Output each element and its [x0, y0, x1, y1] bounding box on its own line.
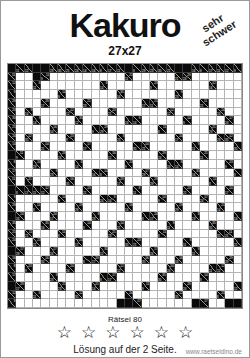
kakuro-entry-cell[interactable] — [183, 142, 191, 151]
kakuro-entry-cell[interactable] — [41, 177, 49, 186]
kakuro-entry-cell[interactable] — [25, 81, 33, 90]
kakuro-entry-cell[interactable] — [125, 90, 133, 99]
kakuro-entry-cell[interactable] — [142, 116, 150, 125]
kakuro-entry-cell[interactable] — [92, 108, 100, 117]
kakuro-entry-cell[interactable] — [167, 230, 175, 239]
kakuro-entry-cell[interactable] — [200, 264, 208, 273]
kakuro-entry-cell[interactable] — [183, 247, 191, 256]
kakuro-entry-cell[interactable] — [50, 151, 58, 160]
kakuro-entry-cell[interactable] — [175, 125, 183, 134]
kakuro-entry-cell[interactable] — [75, 221, 83, 230]
kakuro-entry-cell[interactable] — [16, 169, 24, 178]
kakuro-entry-cell[interactable] — [50, 238, 58, 247]
kakuro-entry-cell[interactable] — [33, 247, 41, 256]
kakuro-entry-cell[interactable] — [158, 291, 166, 300]
kakuro-entry-cell[interactable] — [217, 81, 225, 90]
kakuro-entry-cell[interactable] — [192, 160, 200, 169]
kakuro-entry-cell[interactable] — [117, 212, 125, 221]
kakuro-entry-cell[interactable] — [234, 125, 242, 134]
kakuro-entry-cell[interactable] — [100, 116, 108, 125]
kakuro-entry-cell[interactable] — [217, 99, 225, 108]
kakuro-entry-cell[interactable] — [150, 256, 158, 265]
kakuro-entry-cell[interactable] — [225, 221, 233, 230]
kakuro-entry-cell[interactable] — [158, 299, 166, 308]
kakuro-entry-cell[interactable] — [41, 273, 49, 282]
kakuro-entry-cell[interactable] — [183, 177, 191, 186]
kakuro-entry-cell[interactable] — [117, 273, 125, 282]
kakuro-entry-cell[interactable] — [209, 108, 217, 117]
kakuro-entry-cell[interactable] — [50, 203, 58, 212]
kakuro-entry-cell[interactable] — [133, 212, 141, 221]
kakuro-entry-cell[interactable] — [83, 230, 91, 239]
kakuro-entry-cell[interactable] — [133, 195, 141, 204]
kakuro-entry-cell[interactable] — [92, 151, 100, 160]
kakuro-entry-cell[interactable] — [83, 116, 91, 125]
kakuro-entry-cell[interactable] — [225, 238, 233, 247]
kakuro-entry-cell[interactable] — [16, 73, 24, 82]
kakuro-entry-cell[interactable] — [108, 142, 116, 151]
kakuro-entry-cell[interactable] — [217, 212, 225, 221]
kakuro-entry-cell[interactable] — [200, 282, 208, 291]
kakuro-entry-cell[interactable] — [100, 212, 108, 221]
kakuro-entry-cell[interactable] — [133, 282, 141, 291]
kakuro-entry-cell[interactable] — [41, 108, 49, 117]
kakuro-entry-cell[interactable] — [41, 238, 49, 247]
kakuro-entry-cell[interactable] — [66, 116, 74, 125]
kakuro-entry-cell[interactable] — [83, 195, 91, 204]
kakuro-entry-cell[interactable] — [167, 186, 175, 195]
kakuro-entry-cell[interactable] — [192, 203, 200, 212]
kakuro-entry-cell[interactable] — [100, 299, 108, 308]
kakuro-entry-cell[interactable] — [117, 160, 125, 169]
kakuro-entry-cell[interactable] — [209, 203, 217, 212]
kakuro-entry-cell[interactable] — [133, 221, 141, 230]
kakuro-entry-cell[interactable] — [217, 282, 225, 291]
kakuro-entry-cell[interactable] — [66, 160, 74, 169]
kakuro-entry-cell[interactable] — [158, 81, 166, 90]
kakuro-entry-cell[interactable] — [66, 90, 74, 99]
kakuro-entry-cell[interactable] — [175, 247, 183, 256]
kakuro-entry-cell[interactable] — [83, 247, 91, 256]
kakuro-entry-cell[interactable] — [66, 203, 74, 212]
kakuro-entry-cell[interactable] — [92, 81, 100, 90]
kakuro-entry-cell[interactable] — [142, 273, 150, 282]
kakuro-entry-cell[interactable] — [25, 299, 33, 308]
kakuro-entry-cell[interactable] — [108, 116, 116, 125]
kakuro-entry-cell[interactable] — [33, 299, 41, 308]
kakuro-entry-cell[interactable] — [158, 160, 166, 169]
kakuro-entry-cell[interactable] — [117, 151, 125, 160]
kakuro-entry-cell[interactable] — [209, 151, 217, 160]
kakuro-entry-cell[interactable] — [83, 160, 91, 169]
kakuro-entry-cell[interactable] — [50, 177, 58, 186]
kakuro-entry-cell[interactable] — [167, 247, 175, 256]
kakuro-entry-cell[interactable] — [142, 73, 150, 82]
kakuro-entry-cell[interactable] — [234, 116, 242, 125]
kakuro-entry-cell[interactable] — [16, 125, 24, 134]
kakuro-entry-cell[interactable] — [41, 195, 49, 204]
kakuro-entry-cell[interactable] — [167, 73, 175, 82]
kakuro-entry-cell[interactable] — [167, 238, 175, 247]
kakuro-entry-cell[interactable] — [83, 90, 91, 99]
kakuro-entry-cell[interactable] — [75, 186, 83, 195]
kakuro-entry-cell[interactable] — [108, 203, 116, 212]
kakuro-entry-cell[interactable] — [175, 151, 183, 160]
kakuro-entry-cell[interactable] — [217, 221, 225, 230]
kakuro-entry-cell[interactable] — [117, 125, 125, 134]
kakuro-entry-cell[interactable] — [83, 203, 91, 212]
kakuro-entry-cell[interactable] — [117, 81, 125, 90]
kakuro-entry-cell[interactable] — [83, 264, 91, 273]
kakuro-entry-cell[interactable] — [25, 195, 33, 204]
kakuro-entry-cell[interactable] — [183, 90, 191, 99]
kakuro-entry-cell[interactable] — [158, 264, 166, 273]
kakuro-entry-cell[interactable] — [192, 230, 200, 239]
kakuro-entry-cell[interactable] — [100, 238, 108, 247]
kakuro-entry-cell[interactable] — [150, 238, 158, 247]
kakuro-entry-cell[interactable] — [183, 221, 191, 230]
kakuro-entry-cell[interactable] — [183, 264, 191, 273]
kakuro-entry-cell[interactable] — [92, 99, 100, 108]
kakuro-entry-cell[interactable] — [142, 238, 150, 247]
kakuro-entry-cell[interactable] — [25, 212, 33, 221]
kakuro-entry-cell[interactable] — [150, 282, 158, 291]
kakuro-entry-cell[interactable] — [50, 291, 58, 300]
kakuro-entry-cell[interactable] — [16, 299, 24, 308]
kakuro-entry-cell[interactable] — [16, 134, 24, 143]
kakuro-entry-cell[interactable] — [209, 99, 217, 108]
kakuro-entry-cell[interactable] — [75, 282, 83, 291]
kakuro-entry-cell[interactable] — [58, 256, 66, 265]
kakuro-entry-cell[interactable] — [133, 264, 141, 273]
kakuro-entry-cell[interactable] — [167, 81, 175, 90]
kakuro-entry-cell[interactable] — [192, 186, 200, 195]
kakuro-entry-cell[interactable] — [16, 177, 24, 186]
kakuro-entry-cell[interactable] — [92, 186, 100, 195]
kakuro-entry-cell[interactable] — [75, 108, 83, 117]
kakuro-entry-cell[interactable] — [175, 81, 183, 90]
kakuro-entry-cell[interactable] — [41, 160, 49, 169]
kakuro-entry-cell[interactable] — [234, 195, 242, 204]
kakuro-entry-cell[interactable] — [234, 99, 242, 108]
kakuro-entry-cell[interactable] — [183, 203, 191, 212]
kakuro-entry-cell[interactable] — [209, 238, 217, 247]
kakuro-entry-cell[interactable] — [225, 282, 233, 291]
kakuro-entry-cell[interactable] — [92, 238, 100, 247]
kakuro-entry-cell[interactable] — [183, 256, 191, 265]
kakuro-entry-cell[interactable] — [183, 212, 191, 221]
kakuro-entry-cell[interactable] — [133, 273, 141, 282]
kakuro-entry-cell[interactable] — [150, 142, 158, 151]
kakuro-entry-cell[interactable] — [58, 203, 66, 212]
kakuro-entry-cell[interactable] — [41, 203, 49, 212]
kakuro-entry-cell[interactable] — [209, 186, 217, 195]
kakuro-entry-cell[interactable] — [25, 282, 33, 291]
kakuro-entry-cell[interactable] — [92, 134, 100, 143]
kakuro-entry-cell[interactable] — [125, 125, 133, 134]
kakuro-entry-cell[interactable] — [183, 299, 191, 308]
kakuro-entry-cell[interactable] — [66, 186, 74, 195]
kakuro-entry-cell[interactable] — [200, 212, 208, 221]
kakuro-entry-cell[interactable] — [200, 169, 208, 178]
kakuro-entry-cell[interactable] — [117, 142, 125, 151]
kakuro-entry-cell[interactable] — [75, 125, 83, 134]
kakuro-entry-cell[interactable] — [58, 169, 66, 178]
kakuro-entry-cell[interactable] — [125, 169, 133, 178]
kakuro-entry-cell[interactable] — [16, 108, 24, 117]
kakuro-entry-cell[interactable] — [108, 247, 116, 256]
kakuro-entry-cell[interactable] — [108, 99, 116, 108]
kakuro-entry-cell[interactable] — [200, 291, 208, 300]
kakuro-entry-cell[interactable] — [183, 230, 191, 239]
kakuro-entry-cell[interactable] — [125, 256, 133, 265]
kakuro-entry-cell[interactable] — [217, 90, 225, 99]
kakuro-entry-cell[interactable] — [58, 125, 66, 134]
kakuro-entry-cell[interactable] — [92, 230, 100, 239]
kakuro-entry-cell[interactable] — [234, 247, 242, 256]
kakuro-entry-cell[interactable] — [83, 238, 91, 247]
kakuro-entry-cell[interactable] — [41, 81, 49, 90]
kakuro-entry-cell[interactable] — [200, 142, 208, 151]
kakuro-entry-cell[interactable] — [234, 256, 242, 265]
kakuro-entry-cell[interactable] — [83, 151, 91, 160]
kakuro-entry-cell[interactable] — [25, 291, 33, 300]
kakuro-entry-cell[interactable] — [183, 99, 191, 108]
kakuro-entry-cell[interactable] — [175, 264, 183, 273]
kakuro-entry-cell[interactable] — [75, 212, 83, 221]
kakuro-entry-cell[interactable] — [92, 299, 100, 308]
kakuro-entry-cell[interactable] — [58, 299, 66, 308]
kakuro-entry-cell[interactable] — [83, 212, 91, 221]
kakuro-entry-cell[interactable] — [183, 169, 191, 178]
kakuro-entry-cell[interactable] — [158, 116, 166, 125]
kakuro-entry-cell[interactable] — [117, 203, 125, 212]
kakuro-entry-cell[interactable] — [92, 291, 100, 300]
kakuro-entry-cell[interactable] — [217, 247, 225, 256]
kakuro-entry-cell[interactable] — [125, 81, 133, 90]
kakuro-entry-cell[interactable] — [117, 116, 125, 125]
kakuro-entry-cell[interactable] — [83, 299, 91, 308]
kakuro-entry-cell[interactable] — [209, 291, 217, 300]
kakuro-entry-cell[interactable] — [16, 291, 24, 300]
kakuro-entry-cell[interactable] — [142, 90, 150, 99]
kakuro-entry-cell[interactable] — [66, 81, 74, 90]
kakuro-entry-cell[interactable] — [75, 90, 83, 99]
kakuro-entry-cell[interactable] — [142, 151, 150, 160]
kakuro-entry-cell[interactable] — [192, 125, 200, 134]
kakuro-entry-cell[interactable] — [66, 282, 74, 291]
kakuro-entry-cell[interactable] — [125, 273, 133, 282]
kakuro-entry-cell[interactable] — [133, 291, 141, 300]
kakuro-entry-cell[interactable] — [200, 177, 208, 186]
kakuro-entry-cell[interactable] — [209, 273, 217, 282]
kakuro-entry-cell[interactable] — [175, 177, 183, 186]
kakuro-entry-cell[interactable] — [117, 73, 125, 82]
kakuro-entry-cell[interactable] — [225, 169, 233, 178]
kakuro-entry-cell[interactable] — [142, 160, 150, 169]
kakuro-entry-cell[interactable] — [58, 160, 66, 169]
kakuro-entry-cell[interactable] — [117, 186, 125, 195]
kakuro-entry-cell[interactable] — [25, 90, 33, 99]
kakuro-entry-cell[interactable] — [66, 238, 74, 247]
kakuro-entry-cell[interactable] — [200, 116, 208, 125]
kakuro-entry-cell[interactable] — [234, 203, 242, 212]
kakuro-entry-cell[interactable] — [16, 160, 24, 169]
kakuro-entry-cell[interactable] — [50, 116, 58, 125]
kakuro-entry-cell[interactable] — [142, 230, 150, 239]
kakuro-entry-cell[interactable] — [50, 230, 58, 239]
kakuro-entry-cell[interactable] — [158, 134, 166, 143]
kakuro-entry-cell[interactable] — [25, 151, 33, 160]
kakuro-entry-cell[interactable] — [83, 169, 91, 178]
kakuro-entry-cell[interactable] — [25, 125, 33, 134]
kakuro-entry-cell[interactable] — [25, 273, 33, 282]
kakuro-entry-cell[interactable] — [175, 142, 183, 151]
kakuro-entry-cell[interactable] — [125, 151, 133, 160]
kakuro-entry-cell[interactable] — [217, 73, 225, 82]
kakuro-entry-cell[interactable] — [83, 177, 91, 186]
kakuro-entry-cell[interactable] — [133, 134, 141, 143]
kakuro-entry-cell[interactable] — [66, 273, 74, 282]
kakuro-entry-cell[interactable] — [117, 230, 125, 239]
kakuro-entry-cell[interactable] — [92, 203, 100, 212]
kakuro-entry-cell[interactable] — [167, 125, 175, 134]
kakuro-entry-cell[interactable] — [25, 203, 33, 212]
kakuro-entry-cell[interactable] — [234, 186, 242, 195]
kakuro-entry-cell[interactable] — [100, 177, 108, 186]
kakuro-entry-cell[interactable] — [192, 256, 200, 265]
kakuro-entry-cell[interactable] — [234, 73, 242, 82]
kakuro-entry-cell[interactable] — [125, 212, 133, 221]
kakuro-entry-cell[interactable] — [50, 160, 58, 169]
kakuro-entry-cell[interactable] — [167, 90, 175, 99]
kakuro-entry-cell[interactable] — [125, 99, 133, 108]
kakuro-entry-cell[interactable] — [83, 73, 91, 82]
kakuro-entry-cell[interactable] — [58, 212, 66, 221]
kakuro-entry-cell[interactable] — [175, 273, 183, 282]
kakuro-entry-cell[interactable] — [167, 203, 175, 212]
kakuro-entry-cell[interactable] — [16, 264, 24, 273]
kakuro-entry-cell[interactable] — [75, 81, 83, 90]
kakuro-entry-cell[interactable] — [234, 177, 242, 186]
kakuro-entry-cell[interactable] — [66, 291, 74, 300]
kakuro-entry-cell[interactable] — [225, 151, 233, 160]
kakuro-entry-cell[interactable] — [225, 125, 233, 134]
kakuro-entry-cell[interactable] — [66, 151, 74, 160]
kakuro-entry-cell[interactable] — [100, 186, 108, 195]
kakuro-entry-cell[interactable] — [234, 134, 242, 143]
kakuro-entry-cell[interactable] — [125, 134, 133, 143]
kakuro-entry-cell[interactable] — [50, 142, 58, 151]
kakuro-entry-cell[interactable] — [50, 90, 58, 99]
kakuro-entry-cell[interactable] — [167, 282, 175, 291]
kakuro-entry-cell[interactable] — [209, 116, 217, 125]
kakuro-entry-cell[interactable] — [167, 169, 175, 178]
kakuro-entry-cell[interactable] — [75, 73, 83, 82]
kakuro-entry-cell[interactable] — [142, 108, 150, 117]
kakuro-entry-cell[interactable] — [158, 177, 166, 186]
kakuro-entry-cell[interactable] — [225, 273, 233, 282]
kakuro-entry-cell[interactable] — [192, 151, 200, 160]
kakuro-entry-cell[interactable] — [33, 282, 41, 291]
kakuro-entry-cell[interactable] — [133, 125, 141, 134]
kakuro-entry-cell[interactable] — [100, 282, 108, 291]
kakuro-entry-cell[interactable] — [167, 116, 175, 125]
kakuro-entry-cell[interactable] — [158, 247, 166, 256]
kakuro-entry-cell[interactable] — [209, 212, 217, 221]
kakuro-entry-cell[interactable] — [209, 90, 217, 99]
kakuro-entry-cell[interactable] — [50, 299, 58, 308]
kakuro-entry-cell[interactable] — [25, 116, 33, 125]
kakuro-entry-cell[interactable] — [100, 264, 108, 273]
kakuro-entry-cell[interactable] — [16, 99, 24, 108]
kakuro-entry-cell[interactable] — [125, 108, 133, 117]
kakuro-entry-cell[interactable] — [234, 151, 242, 160]
kakuro-entry-cell[interactable] — [100, 256, 108, 265]
kakuro-entry-cell[interactable] — [225, 195, 233, 204]
kakuro-entry-cell[interactable] — [33, 230, 41, 239]
kakuro-entry-cell[interactable] — [108, 186, 116, 195]
kakuro-entry-cell[interactable] — [200, 160, 208, 169]
kakuro-entry-cell[interactable] — [33, 125, 41, 134]
kakuro-entry-cell[interactable] — [58, 99, 66, 108]
kakuro-entry-cell[interactable] — [25, 221, 33, 230]
kakuro-entry-cell[interactable] — [192, 273, 200, 282]
kakuro-entry-cell[interactable] — [234, 81, 242, 90]
kakuro-entry-cell[interactable] — [125, 230, 133, 239]
kakuro-entry-cell[interactable] — [50, 282, 58, 291]
kakuro-entry-cell[interactable] — [25, 247, 33, 256]
kakuro-entry-cell[interactable] — [217, 169, 225, 178]
kakuro-entry-cell[interactable] — [41, 230, 49, 239]
kakuro-entry-cell[interactable] — [158, 186, 166, 195]
kakuro-entry-cell[interactable] — [175, 212, 183, 221]
kakuro-entry-cell[interactable] — [209, 195, 217, 204]
kakuro-entry-cell[interactable] — [225, 108, 233, 117]
kakuro-entry-cell[interactable] — [33, 177, 41, 186]
kakuro-entry-cell[interactable] — [158, 203, 166, 212]
kakuro-entry-cell[interactable] — [209, 142, 217, 151]
kakuro-entry-cell[interactable] — [58, 81, 66, 90]
kakuro-entry-cell[interactable] — [158, 221, 166, 230]
kakuro-entry-cell[interactable] — [16, 256, 24, 265]
kakuro-entry-cell[interactable] — [92, 116, 100, 125]
kakuro-entry-cell[interactable] — [50, 221, 58, 230]
kakuro-entry-cell[interactable] — [92, 90, 100, 99]
kakuro-entry-cell[interactable] — [108, 73, 116, 82]
kakuro-entry-cell[interactable] — [142, 203, 150, 212]
kakuro-entry-cell[interactable] — [133, 230, 141, 239]
kakuro-entry-cell[interactable] — [167, 195, 175, 204]
kakuro-entry-cell[interactable] — [183, 273, 191, 282]
kakuro-entry-cell[interactable] — [192, 73, 200, 82]
kakuro-entry-cell[interactable] — [16, 238, 24, 247]
kakuro-entry-cell[interactable] — [183, 291, 191, 300]
kakuro-entry-cell[interactable] — [183, 134, 191, 143]
kakuro-entry-cell[interactable] — [158, 256, 166, 265]
kakuro-entry-cell[interactable] — [41, 247, 49, 256]
kakuro-entry-cell[interactable] — [183, 160, 191, 169]
kakuro-entry-cell[interactable] — [158, 169, 166, 178]
kakuro-entry-cell[interactable] — [175, 230, 183, 239]
kakuro-entry-cell[interactable] — [192, 116, 200, 125]
kakuro-entry-cell[interactable] — [234, 160, 242, 169]
kakuro-entry-cell[interactable] — [125, 264, 133, 273]
kakuro-entry-cell[interactable] — [200, 186, 208, 195]
kakuro-entry-cell[interactable] — [83, 282, 91, 291]
kakuro-entry-cell[interactable] — [200, 81, 208, 90]
kakuro-entry-cell[interactable] — [133, 108, 141, 117]
